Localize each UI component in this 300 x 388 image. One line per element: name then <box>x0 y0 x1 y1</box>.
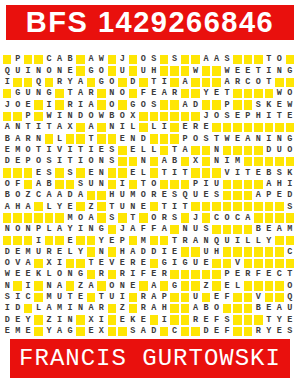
letter-cell: E <box>138 258 148 269</box>
letter-cell: W <box>96 54 106 65</box>
highlight-cell <box>264 292 274 303</box>
letter-cell: U <box>190 190 200 201</box>
highlight-cell <box>264 122 274 133</box>
highlight-cell <box>75 167 85 178</box>
highlight-cell <box>201 212 211 223</box>
highlight-cell <box>159 54 169 65</box>
letter-cell: O <box>222 212 232 223</box>
highlight-cell <box>190 280 200 291</box>
highlight-cell <box>86 246 96 257</box>
highlight-cell <box>149 111 159 122</box>
letter-cell: T <box>75 145 85 156</box>
letter-cell: A <box>86 303 96 314</box>
letter-cell: B <box>253 224 263 235</box>
letter-cell: E <box>211 292 221 303</box>
letter-cell: N <box>65 314 75 325</box>
letter-cell: O <box>138 99 148 110</box>
highlight-cell <box>96 133 106 144</box>
letter-cell: I <box>232 235 242 246</box>
highlight-cell <box>159 133 169 144</box>
highlight-cell <box>232 122 242 133</box>
letter-cell: A <box>149 280 159 291</box>
letter-cell: W <box>2 269 12 280</box>
letter-cell: E <box>96 258 106 269</box>
letter-cell: G <box>12 88 22 99</box>
highlight-cell <box>75 54 85 65</box>
highlight-cell <box>190 167 200 178</box>
letter-cell: O <box>86 111 96 122</box>
highlight-cell <box>107 65 117 76</box>
highlight-cell <box>222 303 232 314</box>
letter-cell: E <box>149 88 159 99</box>
letter-cell: O <box>12 190 22 201</box>
letter-cell: M <box>12 326 22 337</box>
highlight-cell <box>149 201 159 212</box>
letter-cell: N <box>96 179 106 190</box>
letter-cell: E <box>128 145 138 156</box>
letter-cell: T <box>274 111 284 122</box>
letter-cell: R <box>86 88 96 99</box>
letter-cell: V <box>253 292 263 303</box>
letter-cell: S <box>169 54 179 65</box>
letter-cell: S <box>222 314 232 325</box>
letter-cell: O <box>33 156 43 167</box>
letter-cell: S <box>285 201 295 212</box>
letter-cell: T <box>159 201 169 212</box>
letter-cell: E <box>12 246 22 257</box>
highlight-cell <box>190 246 200 257</box>
highlight-cell <box>75 201 85 212</box>
letter-cell: O <box>149 212 159 223</box>
highlight-cell <box>169 292 179 303</box>
letter-cell: Y <box>44 326 54 337</box>
letter-cell: F <box>211 314 221 325</box>
letter-cell: H <box>149 65 159 76</box>
letter-cell: E <box>128 280 138 291</box>
letter-cell: E <box>117 258 127 269</box>
letter-cell: R <box>243 269 253 280</box>
highlight-cell <box>75 314 85 325</box>
letter-cell: E <box>23 269 33 280</box>
letter-cell: A <box>86 212 96 223</box>
letter-cell: R <box>232 77 242 88</box>
letter-cell: U <box>201 246 211 257</box>
letter-cell: U <box>107 292 117 303</box>
letter-cell: C <box>33 190 43 201</box>
letter-cell: P <box>222 99 232 110</box>
highlight-cell <box>117 326 127 337</box>
highlight-cell <box>274 235 284 246</box>
letter-cell: A <box>222 77 232 88</box>
letter-cell: T <box>169 145 179 156</box>
highlight-cell <box>96 190 106 201</box>
highlight-cell <box>128 88 138 99</box>
letter-cell: S <box>285 326 295 337</box>
title-banner: BFS 1429266846 <box>6 5 294 40</box>
letter-cell: O <box>107 99 117 110</box>
letter-cell: A <box>138 326 148 337</box>
highlight-cell <box>96 201 106 212</box>
highlight-cell <box>232 190 242 201</box>
letter-cell: Y <box>274 314 284 325</box>
letter-cell: C <box>44 54 54 65</box>
letter-cell: N <box>33 65 43 76</box>
letter-cell: H <box>12 201 22 212</box>
highlight-cell <box>285 258 295 269</box>
highlight-cell <box>201 99 211 110</box>
highlight-cell <box>128 156 138 167</box>
letter-cell: S <box>211 190 221 201</box>
highlight-cell <box>243 145 253 156</box>
letter-cell: N <box>96 167 106 178</box>
letter-cell: G <box>44 88 54 99</box>
letter-cell: E <box>117 133 127 144</box>
highlight-cell <box>33 111 43 122</box>
letter-cell: L <box>44 269 54 280</box>
highlight-cell <box>128 303 138 314</box>
highlight-cell <box>65 133 75 144</box>
highlight-cell <box>211 280 221 291</box>
letter-cell: M <box>54 303 64 314</box>
letter-cell: L <box>138 145 148 156</box>
letter-cell: L <box>243 235 253 246</box>
letter-cell: D <box>75 111 85 122</box>
letter-cell: S <box>169 190 179 201</box>
letter-cell: A <box>190 235 200 246</box>
letter-cell: T <box>169 235 179 246</box>
highlight-cell <box>107 179 117 190</box>
puzzle-grid: PCABAWJOSSAASTOQUINONEGOUUHWWEETINGIQRYA… <box>2 54 295 337</box>
letter-cell: D <box>264 145 274 156</box>
letter-cell: N <box>23 224 33 235</box>
letter-cell: N <box>86 224 96 235</box>
highlight-cell <box>274 156 284 167</box>
highlight-cell <box>232 145 242 156</box>
highlight-cell <box>33 201 43 212</box>
letter-cell: I <box>2 303 12 314</box>
letter-cell: B <box>2 133 12 144</box>
letter-cell: O <box>253 77 263 88</box>
letter-cell: F <box>138 88 148 99</box>
highlight-cell <box>159 99 169 110</box>
highlight-cell <box>180 111 190 122</box>
letter-cell: R <box>65 99 75 110</box>
highlight-cell <box>12 235 22 246</box>
letter-cell: A <box>128 224 138 235</box>
highlight-cell <box>243 179 253 190</box>
letter-cell: U <box>117 190 127 201</box>
letter-cell: Z <box>44 314 54 325</box>
letter-cell: A <box>128 246 138 257</box>
highlight-cell <box>222 201 232 212</box>
highlight-cell <box>128 292 138 303</box>
letter-cell: V <box>54 145 64 156</box>
highlight-cell <box>86 292 96 303</box>
letter-cell: P <box>33 224 43 235</box>
highlight-cell <box>180 179 190 190</box>
highlight-cell <box>33 258 43 269</box>
highlight-cell <box>211 167 221 178</box>
letter-cell: I <box>264 65 274 76</box>
highlight-cell <box>44 133 54 144</box>
letter-cell: D <box>2 156 12 167</box>
highlight-cell <box>2 111 12 122</box>
highlight-cell <box>33 99 43 110</box>
letter-cell: H <box>159 303 169 314</box>
letter-cell: Y <box>264 235 274 246</box>
letter-cell: M <box>138 235 148 246</box>
letter-cell: L <box>44 201 54 212</box>
highlight-cell <box>274 280 284 291</box>
highlight-cell <box>211 258 221 269</box>
highlight-cell <box>190 145 200 156</box>
letter-cell: A <box>23 201 33 212</box>
letter-cell: M <box>12 145 22 156</box>
highlight-cell <box>232 99 242 110</box>
letter-cell: D <box>149 326 159 337</box>
letter-cell: O <box>44 65 54 76</box>
letter-cell: U <box>138 65 148 76</box>
letter-cell: O <box>285 88 295 99</box>
letter-cell: I <box>44 99 54 110</box>
letter-cell: R <box>138 292 148 303</box>
highlight-cell <box>54 179 64 190</box>
letter-cell: T <box>180 201 190 212</box>
letter-cell: I <box>65 145 75 156</box>
highlight-cell <box>23 235 33 246</box>
highlight-cell <box>54 99 64 110</box>
letter-cell: V <box>232 258 242 269</box>
letter-cell: N <box>2 224 12 235</box>
letter-cell: F <box>253 269 263 280</box>
letter-cell: H <box>253 111 263 122</box>
letter-cell: E <box>65 235 75 246</box>
letter-cell: R <box>253 326 263 337</box>
letter-cell: X <box>190 156 200 167</box>
letter-cell: T <box>149 77 159 88</box>
letter-cell: A <box>86 122 96 133</box>
letter-cell: N <box>253 133 263 144</box>
letter-cell: R <box>149 190 159 201</box>
highlight-cell <box>243 88 253 99</box>
letter-cell: P <box>222 269 232 280</box>
letter-cell: A <box>159 156 169 167</box>
letter-cell: P <box>23 156 33 167</box>
letter-cell: O <box>107 280 117 291</box>
letter-cell: A <box>44 303 54 314</box>
letter-cell: T <box>33 145 43 156</box>
highlight-cell <box>117 167 127 178</box>
letter-cell: P <box>180 133 190 144</box>
highlight-cell <box>232 246 242 257</box>
letter-cell: I <box>159 314 169 325</box>
letter-cell: A <box>211 54 221 65</box>
letter-cell: N <box>274 65 284 76</box>
letter-cell: C <box>232 212 242 223</box>
letter-cell: B <box>44 179 54 190</box>
letter-cell: K <box>128 314 138 325</box>
highlight-cell <box>86 269 96 280</box>
letter-cell: Y <box>96 235 106 246</box>
letter-cell: E <box>232 133 242 144</box>
letter-cell: I <box>75 99 85 110</box>
letter-cell: X <box>96 326 106 337</box>
letter-cell: S <box>201 133 211 144</box>
letter-cell: A <box>44 190 54 201</box>
highlight-cell <box>86 190 96 201</box>
highlight-cell <box>243 314 253 325</box>
letter-cell: E <box>232 65 242 76</box>
book-title: BFS 1429266846 <box>26 6 274 39</box>
letter-cell: E <box>201 314 211 325</box>
highlight-cell <box>264 201 274 212</box>
highlight-cell <box>243 246 253 257</box>
highlight-cell <box>33 292 43 303</box>
highlight-cell <box>190 54 200 65</box>
letter-cell: I <box>201 179 211 190</box>
letter-cell: O <box>285 145 295 156</box>
letter-cell: N <box>96 156 106 167</box>
highlight-cell <box>54 212 64 223</box>
letter-cell: R <box>180 235 190 246</box>
letter-cell: I <box>54 111 64 122</box>
highlight-cell <box>201 145 211 156</box>
letter-cell: V <box>222 167 232 178</box>
letter-cell: N <box>274 133 284 144</box>
letter-cell: S <box>107 145 117 156</box>
letter-cell: L <box>128 122 138 133</box>
letter-cell: I <box>75 156 85 167</box>
letter-cell: T <box>107 201 117 212</box>
highlight-cell <box>107 303 117 314</box>
letter-cell: O <box>117 88 127 99</box>
letter-cell: M <box>232 156 242 167</box>
highlight-cell <box>285 54 295 65</box>
letter-cell: I <box>44 145 54 156</box>
letter-cell: L <box>149 145 159 156</box>
letter-cell: I <box>23 280 33 291</box>
letter-cell: H <box>211 246 221 257</box>
highlight-cell <box>211 269 221 280</box>
letter-cell: K <box>285 167 295 178</box>
highlight-cell <box>243 190 253 201</box>
highlight-cell <box>128 65 138 76</box>
letter-cell: T <box>44 122 54 133</box>
letter-cell: E <box>138 201 148 212</box>
letter-cell: Y <box>54 201 64 212</box>
highlight-cell <box>180 156 190 167</box>
highlight-cell <box>274 212 284 223</box>
letter-cell: D <box>138 133 148 144</box>
highlight-cell <box>149 167 159 178</box>
letter-cell: N <box>138 156 148 167</box>
letter-cell: E <box>128 167 138 178</box>
letter-cell: S <box>222 111 232 122</box>
letter-cell: G <box>180 258 190 269</box>
letter-cell: E <box>169 246 179 257</box>
highlight-cell <box>190 326 200 337</box>
letter-cell: N <box>33 133 43 144</box>
letter-cell: D <box>12 303 22 314</box>
highlight-cell <box>2 235 12 246</box>
letter-cell: U <box>190 258 200 269</box>
letter-cell: U <box>12 65 22 76</box>
letter-cell: A <box>274 303 284 314</box>
letter-cell: Z <box>86 201 96 212</box>
highlight-cell <box>190 77 200 88</box>
highlight-cell <box>2 212 12 223</box>
highlight-cell <box>12 212 22 223</box>
highlight-cell <box>107 314 117 325</box>
highlight-cell <box>232 326 242 337</box>
letter-cell: B <box>169 156 179 167</box>
letter-cell: R <box>190 122 200 133</box>
letter-cell: G <box>96 224 106 235</box>
letter-cell: C <box>23 292 33 303</box>
letter-cell: E <box>117 314 127 325</box>
letter-cell: A <box>2 201 12 212</box>
letter-cell: T <box>264 314 274 325</box>
letter-cell: A <box>54 326 64 337</box>
highlight-cell <box>180 326 190 337</box>
letter-cell: E <box>65 201 75 212</box>
letter-cell: O <box>96 65 106 76</box>
letter-cell: G <box>285 133 295 144</box>
highlight-cell <box>169 65 179 76</box>
letter-cell: U <box>222 235 232 246</box>
highlight-cell <box>107 326 117 337</box>
highlight-cell <box>169 179 179 190</box>
letter-cell: E <box>201 258 211 269</box>
letter-cell: O <box>149 179 159 190</box>
letter-cell: J <box>2 99 12 110</box>
highlight-cell <box>169 77 179 88</box>
letter-cell: A <box>2 122 12 133</box>
letter-cell: S <box>149 99 159 110</box>
highlight-cell <box>12 77 22 88</box>
highlight-cell <box>201 292 211 303</box>
letter-cell: Y <box>23 314 33 325</box>
highlight-cell <box>243 326 253 337</box>
highlight-cell <box>149 258 159 269</box>
highlight-cell <box>243 224 253 235</box>
letter-cell: E <box>149 269 159 280</box>
highlight-cell <box>54 235 64 246</box>
letter-cell: I <box>159 122 169 133</box>
letter-cell: U <box>190 224 200 235</box>
letter-cell: N <box>117 280 127 291</box>
highlight-cell <box>169 122 179 133</box>
letter-cell: T <box>222 88 232 99</box>
highlight-cell <box>232 201 242 212</box>
highlight-cell <box>180 292 190 303</box>
letter-cell: Z <box>75 280 85 291</box>
letter-cell: Y <box>75 246 85 257</box>
highlight-cell <box>243 156 253 167</box>
letter-cell: R <box>159 212 169 223</box>
letter-cell: X <box>128 111 138 122</box>
letter-cell: F <box>149 224 159 235</box>
letter-cell: E <box>12 269 22 280</box>
highlight-cell <box>201 167 211 178</box>
highlight-cell <box>75 122 85 133</box>
highlight-cell <box>232 54 242 65</box>
letter-cell: E <box>211 88 221 99</box>
highlight-cell <box>253 258 263 269</box>
letter-cell: A <box>86 99 96 110</box>
letter-cell: I <box>117 292 127 303</box>
letter-cell: R <box>117 269 127 280</box>
